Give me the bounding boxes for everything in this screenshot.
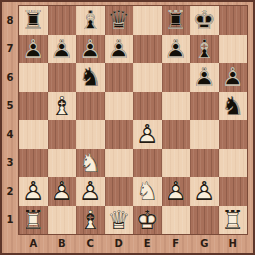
square-f5[interactable] bbox=[162, 92, 191, 121]
piece-outline-glyph: ♙ bbox=[190, 177, 219, 206]
square-b8[interactable] bbox=[48, 6, 77, 35]
piece-outline-glyph: ♙ bbox=[133, 120, 162, 149]
square-e2[interactable]: ♞♘ bbox=[133, 177, 162, 206]
square-g2[interactable]: ♟♙ bbox=[190, 177, 219, 206]
square-c4[interactable] bbox=[76, 120, 105, 149]
piece-outline-glyph: ♙ bbox=[19, 35, 48, 64]
square-f6[interactable] bbox=[162, 63, 191, 92]
square-b6[interactable] bbox=[48, 63, 77, 92]
square-e6[interactable] bbox=[133, 63, 162, 92]
piece-outline-glyph: ♙ bbox=[48, 35, 77, 64]
square-e8[interactable] bbox=[133, 6, 162, 35]
square-h3[interactable] bbox=[219, 149, 248, 178]
piece-black-knight[interactable]: ♞♘ bbox=[76, 63, 105, 92]
piece-outline-glyph: ♘ bbox=[219, 92, 248, 121]
square-h2[interactable] bbox=[219, 177, 248, 206]
square-d5[interactable] bbox=[105, 92, 134, 121]
file-label-d: D bbox=[105, 234, 134, 253]
piece-black-pawn[interactable]: ♟♙ bbox=[190, 63, 219, 92]
square-e7[interactable] bbox=[133, 35, 162, 64]
square-h1[interactable]: ♜♖ bbox=[219, 206, 248, 235]
square-g7[interactable]: ♝♗ bbox=[190, 35, 219, 64]
square-f7[interactable]: ♟♙ bbox=[162, 35, 191, 64]
piece-black-pawn[interactable]: ♟♙ bbox=[48, 35, 77, 64]
piece-white-queen[interactable]: ♛♕ bbox=[105, 206, 134, 235]
piece-outline-glyph: ♗ bbox=[190, 35, 219, 64]
square-f3[interactable] bbox=[162, 149, 191, 178]
piece-outline-glyph: ♙ bbox=[190, 63, 219, 92]
piece-white-pawn[interactable]: ♟♙ bbox=[48, 177, 77, 206]
square-h4[interactable] bbox=[219, 120, 248, 149]
rank-label-2: 2 bbox=[2, 177, 18, 206]
file-label-c: C bbox=[76, 234, 105, 253]
piece-outline-glyph: ♖ bbox=[162, 6, 191, 35]
rank-label-4: 4 bbox=[2, 120, 18, 149]
piece-white-rook[interactable]: ♜♖ bbox=[219, 206, 248, 235]
square-e1[interactable]: ♚♔ bbox=[133, 206, 162, 235]
square-d3[interactable] bbox=[105, 149, 134, 178]
square-h8[interactable] bbox=[219, 6, 248, 35]
square-d7[interactable]: ♟♙ bbox=[105, 35, 134, 64]
piece-outline-glyph: ♙ bbox=[105, 35, 134, 64]
piece-outline-glyph: ♘ bbox=[76, 149, 105, 178]
square-h5[interactable]: ♞♘ bbox=[219, 92, 248, 121]
rank-labels: 87654321 bbox=[2, 6, 18, 234]
piece-white-pawn[interactable]: ♟♙ bbox=[133, 120, 162, 149]
square-e3[interactable] bbox=[133, 149, 162, 178]
square-f8[interactable]: ♜♖ bbox=[162, 6, 191, 35]
square-c7[interactable]: ♟♙ bbox=[76, 35, 105, 64]
piece-white-pawn[interactable]: ♟♙ bbox=[76, 177, 105, 206]
file-labels: ABCDEFGH bbox=[19, 234, 247, 253]
square-f4[interactable] bbox=[162, 120, 191, 149]
piece-white-pawn[interactable]: ♟♙ bbox=[190, 177, 219, 206]
square-d2[interactable] bbox=[105, 177, 134, 206]
square-f1[interactable] bbox=[162, 206, 191, 235]
square-g5[interactable] bbox=[190, 92, 219, 121]
rank-label-6: 6 bbox=[2, 63, 18, 92]
file-label-f: F bbox=[162, 234, 191, 253]
piece-black-pawn[interactable]: ♟♙ bbox=[19, 35, 48, 64]
piece-white-knight[interactable]: ♞♘ bbox=[76, 149, 105, 178]
square-g1[interactable] bbox=[190, 206, 219, 235]
piece-black-pawn[interactable]: ♟♙ bbox=[76, 35, 105, 64]
square-c1[interactable]: ♝♗ bbox=[76, 206, 105, 235]
square-b4[interactable] bbox=[48, 120, 77, 149]
square-d4[interactable] bbox=[105, 120, 134, 149]
square-a7[interactable]: ♟♙ bbox=[19, 35, 48, 64]
square-a8[interactable]: ♜♖ bbox=[19, 6, 48, 35]
piece-outline-glyph: ♖ bbox=[19, 6, 48, 35]
file-label-a: A bbox=[19, 234, 48, 253]
square-b3[interactable] bbox=[48, 149, 77, 178]
square-h6[interactable]: ♟♙ bbox=[219, 63, 248, 92]
square-b1[interactable] bbox=[48, 206, 77, 235]
piece-outline-glyph: ♙ bbox=[162, 177, 191, 206]
rank-label-8: 8 bbox=[2, 6, 18, 35]
piece-outline-glyph: ♔ bbox=[190, 6, 219, 35]
square-a5[interactable] bbox=[19, 92, 48, 121]
piece-black-queen[interactable]: ♛♕ bbox=[105, 6, 134, 35]
piece-outline-glyph: ♙ bbox=[48, 177, 77, 206]
square-a1[interactable]: ♜♖ bbox=[19, 206, 48, 235]
piece-white-king[interactable]: ♚♔ bbox=[133, 206, 162, 235]
square-d8[interactable]: ♛♕ bbox=[105, 6, 134, 35]
piece-black-knight[interactable]: ♞♘ bbox=[219, 92, 248, 121]
piece-outline-glyph: ♙ bbox=[76, 177, 105, 206]
rank-label-7: 7 bbox=[2, 35, 18, 64]
square-a6[interactable] bbox=[19, 63, 48, 92]
piece-white-rook[interactable]: ♜♖ bbox=[19, 206, 48, 235]
piece-black-pawn[interactable]: ♟♙ bbox=[162, 35, 191, 64]
square-a3[interactable] bbox=[19, 149, 48, 178]
piece-outline-glyph: ♗ bbox=[76, 206, 105, 235]
square-f2[interactable]: ♟♙ bbox=[162, 177, 191, 206]
piece-black-bishop[interactable]: ♝♗ bbox=[190, 35, 219, 64]
piece-outline-glyph: ♙ bbox=[19, 177, 48, 206]
file-label-b: B bbox=[48, 234, 77, 253]
square-a4[interactable] bbox=[19, 120, 48, 149]
piece-black-rook[interactable]: ♜♖ bbox=[19, 6, 48, 35]
piece-white-bishop[interactable]: ♝♗ bbox=[48, 92, 77, 121]
square-d1[interactable]: ♛♕ bbox=[105, 206, 134, 235]
piece-outline-glyph: ♖ bbox=[219, 206, 248, 235]
file-label-e: E bbox=[133, 234, 162, 253]
piece-outline-glyph: ♗ bbox=[48, 92, 77, 121]
square-a2[interactable]: ♟♙ bbox=[19, 177, 48, 206]
piece-black-bishop[interactable]: ♝♗ bbox=[76, 6, 105, 35]
rank-label-5: 5 bbox=[2, 92, 18, 121]
piece-black-pawn[interactable]: ♟♙ bbox=[219, 63, 248, 92]
piece-outline-glyph: ♖ bbox=[19, 206, 48, 235]
square-g4[interactable] bbox=[190, 120, 219, 149]
square-h7[interactable] bbox=[219, 35, 248, 64]
piece-outline-glyph: ♘ bbox=[133, 177, 162, 206]
piece-outline-glyph: ♙ bbox=[76, 35, 105, 64]
piece-outline-glyph: ♘ bbox=[76, 63, 105, 92]
piece-outline-glyph: ♗ bbox=[76, 6, 105, 35]
chess-board: ♜♖♝♗♛♕♜♖♚♔♟♙♟♙♟♙♟♙♟♙♝♗♞♘♟♙♟♙♝♗♞♘♟♙♞♘♟♙♟♙… bbox=[19, 6, 247, 234]
square-g8[interactable]: ♚♔ bbox=[190, 6, 219, 35]
piece-outline-glyph: ♕ bbox=[105, 206, 134, 235]
piece-white-knight[interactable]: ♞♘ bbox=[133, 177, 162, 206]
piece-black-rook[interactable]: ♜♖ bbox=[162, 6, 191, 35]
square-c8[interactable]: ♝♗ bbox=[76, 6, 105, 35]
piece-white-pawn[interactable]: ♟♙ bbox=[19, 177, 48, 206]
square-c5[interactable] bbox=[76, 92, 105, 121]
square-g6[interactable]: ♟♙ bbox=[190, 63, 219, 92]
file-label-g: G bbox=[190, 234, 219, 253]
square-e4[interactable]: ♟♙ bbox=[133, 120, 162, 149]
rank-label-3: 3 bbox=[2, 149, 18, 178]
square-b7[interactable]: ♟♙ bbox=[48, 35, 77, 64]
piece-black-pawn[interactable]: ♟♙ bbox=[105, 35, 134, 64]
square-e5[interactable] bbox=[133, 92, 162, 121]
piece-white-bishop[interactable]: ♝♗ bbox=[76, 206, 105, 235]
square-c3[interactable]: ♞♘ bbox=[76, 149, 105, 178]
piece-outline-glyph: ♔ bbox=[133, 206, 162, 235]
square-c6[interactable]: ♞♘ bbox=[76, 63, 105, 92]
rank-label-1: 1 bbox=[2, 206, 18, 235]
piece-outline-glyph: ♙ bbox=[219, 63, 248, 92]
square-g3[interactable] bbox=[190, 149, 219, 178]
chess-board-screenshot: 87654321 ♜♖♝♗♛♕♜♖♚♔♟♙♟♙♟♙♟♙♟♙♝♗♞♘♟♙♟♙♝♗♞… bbox=[0, 0, 255, 255]
file-label-h: H bbox=[219, 234, 248, 253]
piece-black-king[interactable]: ♚♔ bbox=[190, 6, 219, 35]
piece-white-pawn[interactable]: ♟♙ bbox=[162, 177, 191, 206]
piece-outline-glyph: ♕ bbox=[105, 6, 134, 35]
piece-outline-glyph: ♙ bbox=[162, 35, 191, 64]
square-c2[interactable]: ♟♙ bbox=[76, 177, 105, 206]
square-d6[interactable] bbox=[105, 63, 134, 92]
square-b5[interactable]: ♝♗ bbox=[48, 92, 77, 121]
square-b2[interactable]: ♟♙ bbox=[48, 177, 77, 206]
